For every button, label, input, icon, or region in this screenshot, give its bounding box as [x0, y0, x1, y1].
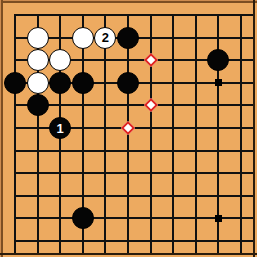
black-stone	[117, 27, 139, 49]
black-stone: 1	[49, 117, 71, 139]
star-point	[215, 79, 222, 86]
board-edge-left	[0, 0, 3, 257]
white-stone	[27, 72, 49, 94]
grid-line-horizontal	[14, 240, 253, 242]
white-stone	[27, 27, 49, 49]
white-stone	[27, 49, 49, 71]
grid-line-vertical	[240, 14, 242, 253]
black-stone	[27, 94, 49, 116]
white-stone	[49, 49, 71, 71]
black-stone	[49, 72, 71, 94]
marker-red-diamond	[144, 53, 158, 67]
black-stone	[4, 72, 26, 94]
board-cut-edge-right	[253, 0, 255, 257]
black-stone	[117, 72, 139, 94]
marker-red-diamond	[144, 98, 158, 112]
marker-red-diamond	[121, 121, 135, 135]
black-stone	[207, 49, 229, 71]
star-point	[215, 215, 222, 222]
black-stone	[72, 72, 94, 94]
go-board-diagram: 21	[0, 0, 257, 257]
white-stone: 2	[94, 27, 116, 49]
white-stone	[72, 27, 94, 49]
board-edge-top	[0, 0, 257, 3]
board-cut-edge-bottom	[0, 253, 257, 255]
stone-move-number: 1	[57, 122, 64, 135]
black-stone	[72, 207, 94, 229]
stone-move-number: 2	[102, 31, 109, 44]
